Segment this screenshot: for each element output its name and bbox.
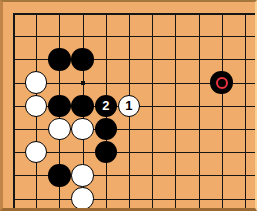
white-stone: [25, 94, 48, 117]
black-stone: [48, 48, 71, 71]
white-stone: [25, 71, 48, 94]
go-board-grid: 21: [1, 1, 256, 210]
white-stone: [71, 164, 94, 187]
white-stone-glyph: [71, 187, 93, 209]
black-stone: [71, 48, 94, 71]
white-stone-glyph: [25, 71, 47, 93]
white-stone-glyph: [25, 95, 47, 117]
white-stone-glyph: 1: [118, 95, 140, 117]
move-2-stone: 2: [94, 94, 117, 117]
black-stone-glyph: 2: [95, 95, 117, 117]
black-stone-glyph: [210, 71, 232, 93]
black-stone-glyph: [48, 48, 70, 70]
black-stone-glyph: [71, 48, 93, 70]
black-stone: [48, 94, 71, 117]
white-stone-glyph: [71, 118, 93, 140]
screenshot: 21: [0, 0, 257, 211]
black-stone-glyph: [95, 141, 117, 163]
black-stone-glyph: [48, 95, 70, 117]
black-stone-glyph: [95, 118, 117, 140]
marked-stone: [210, 71, 233, 94]
white-stone-glyph: [48, 118, 70, 140]
black-stone-glyph: [71, 95, 93, 117]
white-stone: [48, 117, 71, 140]
go-board: 21: [0, 0, 257, 211]
white-stone: [71, 187, 94, 210]
black-stone: [48, 164, 71, 187]
white-stone: [71, 117, 94, 140]
black-stone: [94, 141, 117, 164]
black-stone: [71, 94, 94, 117]
white-stone: [25, 141, 48, 164]
white-stone-glyph: [25, 141, 47, 163]
black-stone-glyph: [48, 164, 70, 186]
black-stone: [94, 117, 117, 140]
white-stone-glyph: [71, 164, 93, 186]
move-1-stone: 1: [117, 94, 140, 117]
red-circle-mark: [216, 77, 228, 89]
